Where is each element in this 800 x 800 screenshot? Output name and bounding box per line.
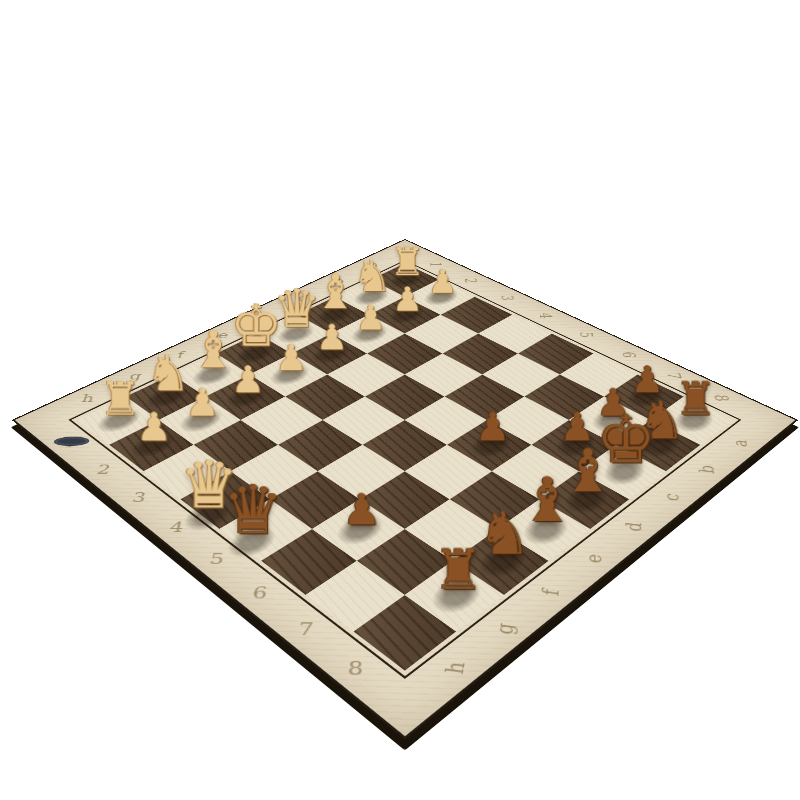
file-label-bottom-h: h bbox=[432, 651, 476, 685]
rank-label-left-4: 4 bbox=[157, 516, 196, 538]
rank-label-right-4: 4 bbox=[532, 309, 561, 323]
file-label-bottom-a: a bbox=[723, 432, 756, 454]
rank-label-right-8: 8 bbox=[704, 390, 740, 407]
file-label-bottom-e: e bbox=[574, 545, 611, 573]
square-c6[interactable] bbox=[487, 397, 569, 445]
rank-label-left-8: 8 bbox=[335, 653, 375, 683]
rank-label-left-5: 5 bbox=[197, 547, 237, 571]
rank-label-right-2: 2 bbox=[458, 275, 484, 287]
product-photo: 1122334455667788hhggffeeddccbbaa♜♞♝♛♚♝♞♜… bbox=[0, 0, 800, 800]
file-label-bottom-d: d bbox=[616, 514, 651, 540]
rank-label-left-6: 6 bbox=[240, 580, 280, 606]
file-label-top-f: f bbox=[165, 347, 197, 362]
chess-board: 1122334455667788hhggffeeddccbbaa♜♞♝♛♚♝♞♜… bbox=[12, 239, 798, 739]
rank-label-right-7: 7 bbox=[658, 368, 692, 384]
file-label-top-c: c bbox=[288, 291, 315, 304]
rank-label-right-5: 5 bbox=[572, 328, 602, 342]
rank-label-left-7: 7 bbox=[286, 615, 326, 643]
square-f5[interactable] bbox=[318, 445, 405, 499]
file-label-top-a: a bbox=[361, 258, 386, 270]
rank-label-right-3: 3 bbox=[494, 291, 521, 304]
rank-label-left-3: 3 bbox=[120, 487, 159, 508]
file-label-bottom-g: g bbox=[483, 613, 524, 645]
rank-label-left-2: 2 bbox=[84, 459, 123, 479]
square-g4[interactable] bbox=[231, 445, 318, 499]
rank-label-right-6: 6 bbox=[613, 347, 645, 362]
rank-label-right-1: 1 bbox=[424, 258, 449, 270]
board-surface: 1122334455667788hhggffeeddccbbaa♜♞♝♛♚♝♞♜… bbox=[12, 239, 798, 739]
file-label-bottom-b: b bbox=[689, 458, 723, 481]
file-label-top-g: g bbox=[119, 368, 153, 384]
file-label-top-b: b bbox=[326, 275, 352, 287]
brand-badge bbox=[52, 437, 90, 446]
file-label-top-d: d bbox=[249, 309, 278, 323]
file-label-top-e: e bbox=[208, 328, 238, 342]
file-label-bottom-f: f bbox=[530, 578, 569, 608]
square-c5[interactable] bbox=[445, 374, 525, 420]
file-label-bottom-c: c bbox=[654, 485, 688, 509]
file-label-top-h: h bbox=[70, 390, 106, 407]
